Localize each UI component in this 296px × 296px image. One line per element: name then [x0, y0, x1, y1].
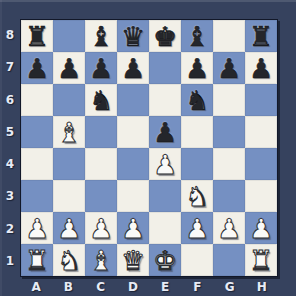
piece-white-pawn: ♟: [245, 212, 277, 244]
piece-black-rook: ♜: [21, 20, 53, 52]
square-d6[interactable]: [117, 84, 149, 116]
square-e4[interactable]: ♟: [149, 148, 181, 180]
square-g8[interactable]: [213, 20, 245, 52]
square-b1[interactable]: ♞: [53, 244, 85, 276]
piece-white-queen: ♛: [117, 244, 149, 276]
rank-labels: 87654321: [0, 19, 20, 277]
rank-label-2: 2: [0, 213, 20, 245]
square-a1[interactable]: ♜: [21, 244, 53, 276]
file-label-h: H: [246, 277, 278, 296]
square-b5[interactable]: ♝: [53, 116, 85, 148]
piece-black-pawn: ♟: [245, 52, 277, 84]
piece-white-rook: ♜: [245, 244, 277, 276]
piece-black-pawn: ♟: [213, 52, 245, 84]
file-label-a: A: [20, 277, 52, 296]
file-label-f: F: [181, 277, 213, 296]
square-b8[interactable]: [53, 20, 85, 52]
square-e5[interactable]: ♟: [149, 116, 181, 148]
square-h5[interactable]: [245, 116, 277, 148]
square-h3[interactable]: [245, 180, 277, 212]
square-e1[interactable]: ♚: [149, 244, 181, 276]
file-labels: ABCDEFGH: [20, 277, 278, 296]
square-d4[interactable]: [117, 148, 149, 180]
square-g2[interactable]: ♟: [213, 212, 245, 244]
square-g3[interactable]: [213, 180, 245, 212]
rank-label-8: 8: [0, 19, 20, 51]
square-a6[interactable]: [21, 84, 53, 116]
square-d7[interactable]: ♟: [117, 52, 149, 84]
square-e6[interactable]: [149, 84, 181, 116]
square-b2[interactable]: ♟: [53, 212, 85, 244]
square-f2[interactable]: ♟: [181, 212, 213, 244]
square-g6[interactable]: [213, 84, 245, 116]
square-e3[interactable]: [149, 180, 181, 212]
square-e2[interactable]: [149, 212, 181, 244]
file-label-b: B: [52, 277, 84, 296]
square-h7[interactable]: ♟: [245, 52, 277, 84]
square-a8[interactable]: ♜: [21, 20, 53, 52]
square-f8[interactable]: ♝: [181, 20, 213, 52]
square-g4[interactable]: [213, 148, 245, 180]
square-b4[interactable]: [53, 148, 85, 180]
piece-white-pawn: ♟: [21, 212, 53, 244]
square-h4[interactable]: [245, 148, 277, 180]
piece-white-pawn: ♟: [85, 212, 117, 244]
piece-black-pawn: ♟: [117, 52, 149, 84]
square-a7[interactable]: ♟: [21, 52, 53, 84]
square-d5[interactable]: [117, 116, 149, 148]
piece-black-pawn: ♟: [181, 52, 213, 84]
square-g1[interactable]: [213, 244, 245, 276]
square-f1[interactable]: [181, 244, 213, 276]
square-a3[interactable]: [21, 180, 53, 212]
square-b6[interactable]: [53, 84, 85, 116]
square-a4[interactable]: [21, 148, 53, 180]
piece-black-queen: ♛: [117, 20, 149, 52]
square-c1[interactable]: ♝: [85, 244, 117, 276]
piece-white-pawn: ♟: [181, 212, 213, 244]
rank-label-1: 1: [0, 245, 20, 277]
square-c7[interactable]: ♟: [85, 52, 117, 84]
square-a5[interactable]: [21, 116, 53, 148]
square-b3[interactable]: [53, 180, 85, 212]
piece-black-pawn: ♟: [21, 52, 53, 84]
rank-label-3: 3: [0, 180, 20, 212]
piece-black-bishop: ♝: [85, 20, 117, 52]
square-g7[interactable]: ♟: [213, 52, 245, 84]
piece-white-bishop: ♝: [53, 116, 85, 148]
piece-black-pawn: ♟: [53, 52, 85, 84]
piece-black-pawn: ♟: [149, 116, 181, 148]
rank-label-5: 5: [0, 116, 20, 148]
square-c6[interactable]: ♞: [85, 84, 117, 116]
piece-black-bishop: ♝: [181, 20, 213, 52]
file-label-e: E: [149, 277, 181, 296]
rank-label-7: 7: [0, 51, 20, 83]
piece-white-rook: ♜: [21, 244, 53, 276]
square-d8[interactable]: ♛: [117, 20, 149, 52]
file-label-g: G: [214, 277, 246, 296]
square-f7[interactable]: ♟: [181, 52, 213, 84]
square-h1[interactable]: ♜: [245, 244, 277, 276]
square-e7[interactable]: [149, 52, 181, 84]
chess-diagram: 87654321 ♜♝♛♚♝♜♟♟♟♟♟♟♟♞♞♝♟♟♞♟♟♟♟♟♟♟♜♞♝♛♚…: [0, 0, 296, 296]
piece-black-king: ♚: [149, 20, 181, 52]
square-c8[interactable]: ♝: [85, 20, 117, 52]
piece-black-rook: ♜: [245, 20, 277, 52]
chess-board[interactable]: ♜♝♛♚♝♜♟♟♟♟♟♟♟♞♞♝♟♟♞♟♟♟♟♟♟♟♜♞♝♛♚♜: [20, 19, 278, 277]
piece-black-pawn: ♟: [85, 52, 117, 84]
piece-black-knight: ♞: [181, 84, 213, 116]
piece-black-knight: ♞: [85, 84, 117, 116]
square-d2[interactable]: ♟: [117, 212, 149, 244]
square-f4[interactable]: [181, 148, 213, 180]
piece-white-pawn: ♟: [149, 148, 181, 180]
piece-white-knight: ♞: [181, 180, 213, 212]
square-f6[interactable]: ♞: [181, 84, 213, 116]
rank-label-6: 6: [0, 84, 20, 116]
rank-label-4: 4: [0, 148, 20, 180]
square-a2[interactable]: ♟: [21, 212, 53, 244]
piece-white-pawn: ♟: [213, 212, 245, 244]
square-c5[interactable]: [85, 116, 117, 148]
square-d3[interactable]: [117, 180, 149, 212]
square-f5[interactable]: [181, 116, 213, 148]
square-c4[interactable]: [85, 148, 117, 180]
square-d1[interactable]: ♛: [117, 244, 149, 276]
square-h8[interactable]: ♜: [245, 20, 277, 52]
piece-white-pawn: ♟: [53, 212, 85, 244]
square-b7[interactable]: ♟: [53, 52, 85, 84]
square-e8[interactable]: ♚: [149, 20, 181, 52]
square-c2[interactable]: ♟: [85, 212, 117, 244]
square-g5[interactable]: [213, 116, 245, 148]
square-c3[interactable]: [85, 180, 117, 212]
square-h6[interactable]: [245, 84, 277, 116]
piece-white-knight: ♞: [53, 244, 85, 276]
piece-white-bishop: ♝: [85, 244, 117, 276]
square-h2[interactable]: ♟: [245, 212, 277, 244]
file-label-d: D: [117, 277, 149, 296]
square-f3[interactable]: ♞: [181, 180, 213, 212]
file-label-c: C: [85, 277, 117, 296]
piece-white-pawn: ♟: [117, 212, 149, 244]
piece-white-king: ♚: [149, 244, 181, 276]
